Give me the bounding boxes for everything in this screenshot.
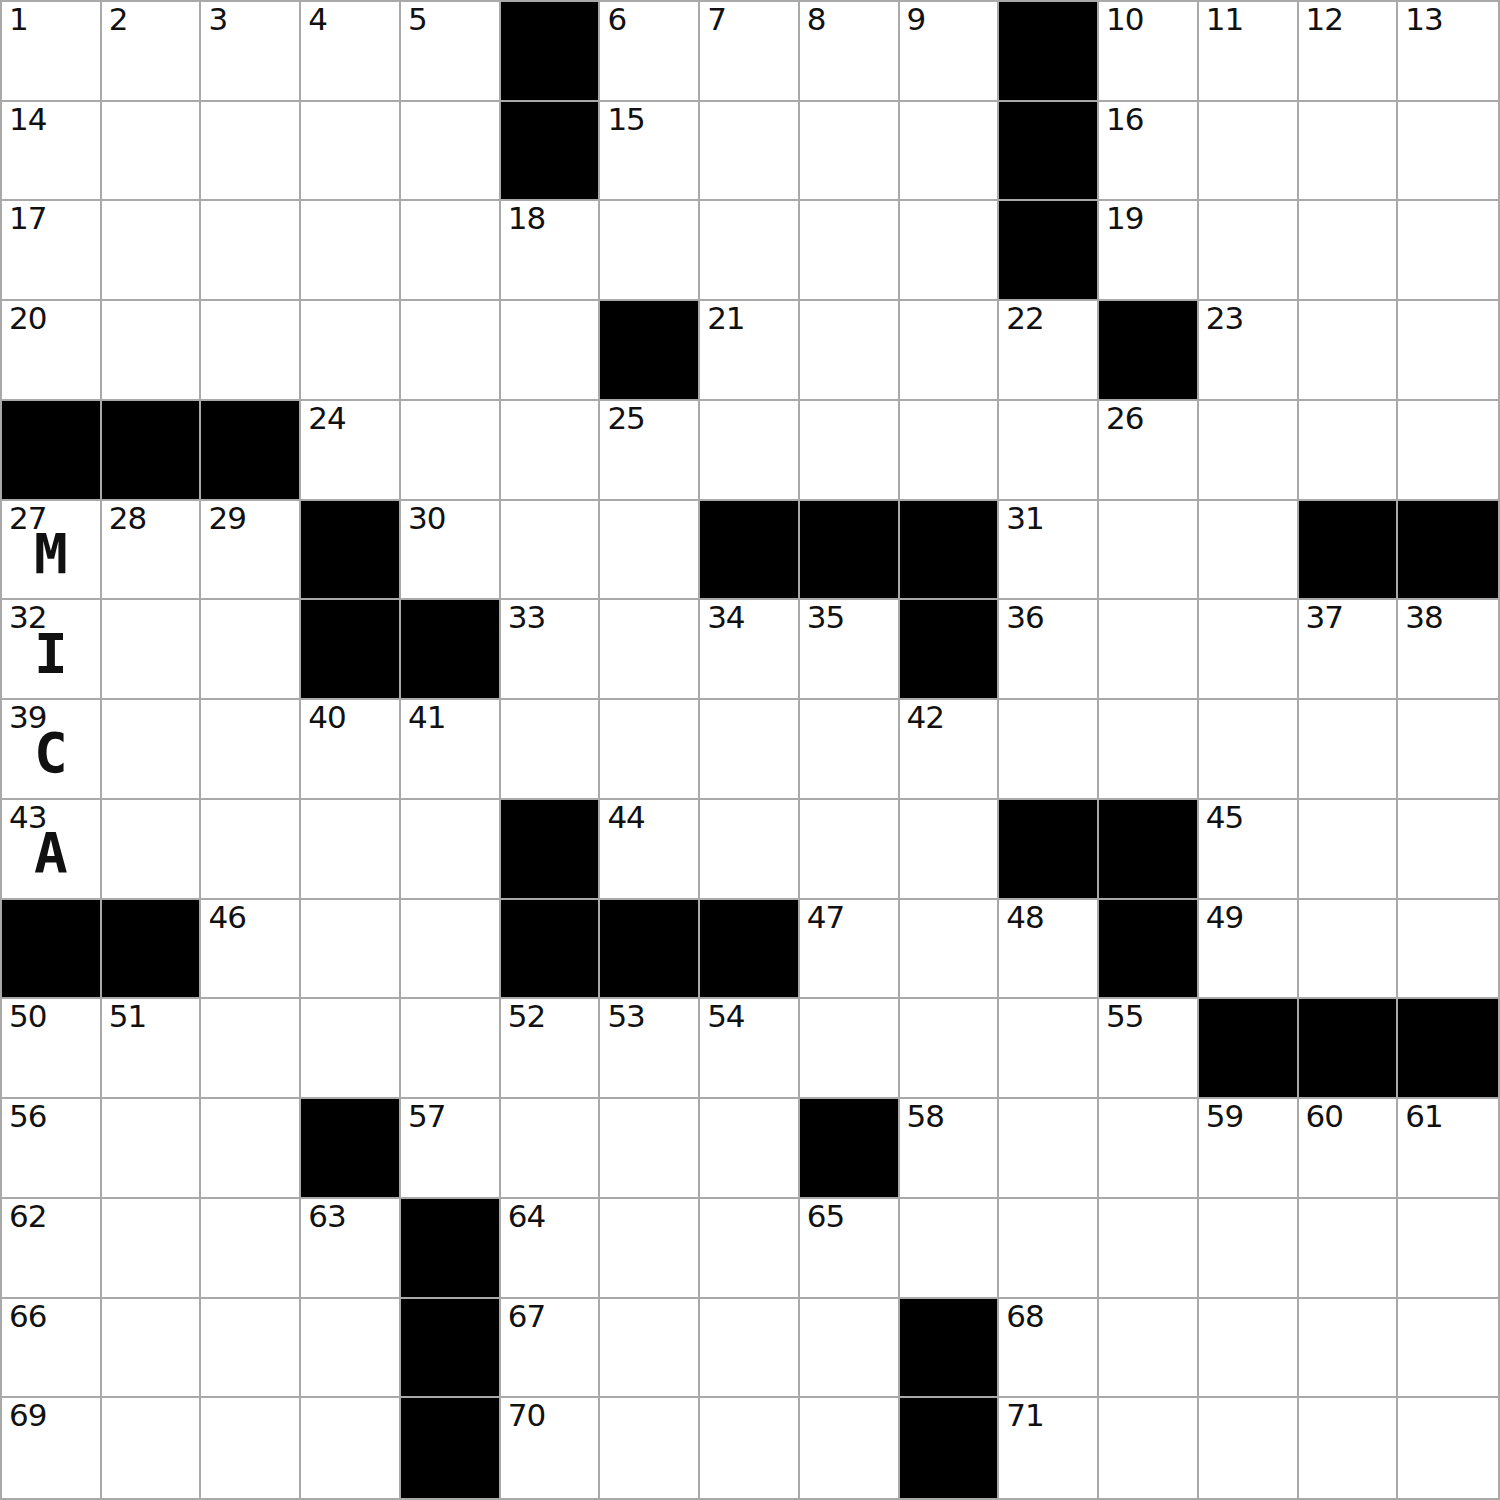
block-cell-r6c14 bbox=[1299, 501, 1399, 601]
cell-r6c2[interactable]: 28 bbox=[102, 501, 202, 601]
clue-number-22: 22 bbox=[1006, 302, 1043, 335]
cell-r8c15[interactable] bbox=[1398, 700, 1498, 800]
cell-r1c10[interactable]: 9 bbox=[900, 2, 1000, 102]
cell-r7c13[interactable] bbox=[1199, 600, 1299, 700]
cell-r3c10[interactable] bbox=[900, 201, 1000, 301]
cell-r4c15[interactable] bbox=[1398, 301, 1498, 401]
cell-r9c15[interactable] bbox=[1398, 800, 1498, 900]
cell-r14c13[interactable] bbox=[1199, 1299, 1299, 1399]
crossword-board: 1234567891011121314151617181920212223242… bbox=[0, 0, 1500, 1500]
cell-r1c15[interactable]: 13 bbox=[1398, 2, 1498, 102]
clue-number-63: 63 bbox=[308, 1200, 345, 1233]
cell-r11c10[interactable] bbox=[900, 999, 1000, 1099]
clue-number-4: 4 bbox=[308, 3, 327, 36]
cell-r11c5[interactable] bbox=[401, 999, 501, 1099]
cell-r15c7[interactable] bbox=[600, 1398, 700, 1498]
cell-r14c6[interactable]: 67 bbox=[501, 1299, 601, 1399]
cell-r14c4[interactable] bbox=[301, 1299, 401, 1399]
cell-r9c13[interactable]: 45 bbox=[1199, 800, 1299, 900]
cell-r4c10[interactable] bbox=[900, 301, 1000, 401]
block-cell-r15c5 bbox=[401, 1398, 501, 1498]
cell-r14c15[interactable] bbox=[1398, 1299, 1498, 1399]
block-cell-r5c3 bbox=[201, 401, 301, 501]
cell-r11c3[interactable] bbox=[201, 999, 301, 1099]
cell-r12c11[interactable] bbox=[999, 1099, 1099, 1199]
cell-r5c7[interactable]: 25 bbox=[600, 401, 700, 501]
clue-number-61: 61 bbox=[1405, 1100, 1442, 1133]
block-cell-r6c4 bbox=[301, 501, 401, 601]
cell-r14c11[interactable]: 68 bbox=[999, 1299, 1099, 1399]
cell-r11c12[interactable]: 55 bbox=[1099, 999, 1199, 1099]
cell-r8c1[interactable]: 39C bbox=[2, 700, 102, 800]
cell-r12c13[interactable]: 59 bbox=[1199, 1099, 1299, 1199]
cell-r3c8[interactable] bbox=[700, 201, 800, 301]
cell-r6c12[interactable] bbox=[1099, 501, 1199, 601]
clue-number-29: 29 bbox=[208, 502, 245, 535]
block-cell-r10c6 bbox=[501, 900, 601, 1000]
cell-r3c5[interactable] bbox=[401, 201, 501, 301]
cell-r1c8[interactable]: 7 bbox=[700, 2, 800, 102]
cell-r11c6[interactable]: 52 bbox=[501, 999, 601, 1099]
cell-r15c9[interactable] bbox=[800, 1398, 900, 1498]
cell-r2c2[interactable] bbox=[102, 102, 202, 202]
block-cell-r9c6 bbox=[501, 800, 601, 900]
cell-r11c8[interactable]: 54 bbox=[700, 999, 800, 1099]
cell-r8c2[interactable] bbox=[102, 700, 202, 800]
cell-r7c8[interactable]: 34 bbox=[700, 600, 800, 700]
cell-r11c9[interactable] bbox=[800, 999, 900, 1099]
cell-r1c9[interactable]: 8 bbox=[800, 2, 900, 102]
cell-r12c6[interactable] bbox=[501, 1099, 601, 1199]
clue-number-16: 16 bbox=[1106, 103, 1143, 136]
cell-r13c12[interactable] bbox=[1099, 1199, 1199, 1299]
cell-r5c10[interactable] bbox=[900, 401, 1000, 501]
clue-number-62: 62 bbox=[9, 1200, 46, 1233]
cell-r12c10[interactable]: 58 bbox=[900, 1099, 1000, 1199]
clue-number-38: 38 bbox=[1405, 601, 1442, 634]
block-cell-r15c10 bbox=[900, 1398, 1000, 1498]
cell-r13c14[interactable] bbox=[1299, 1199, 1399, 1299]
cell-r3c1[interactable]: 17 bbox=[2, 201, 102, 301]
block-cell-r9c11 bbox=[999, 800, 1099, 900]
cell-r5c9[interactable] bbox=[800, 401, 900, 501]
cell-r11c2[interactable]: 51 bbox=[102, 999, 202, 1099]
clue-number-13: 13 bbox=[1405, 3, 1442, 36]
block-cell-r13c5 bbox=[401, 1199, 501, 1299]
cell-r2c14[interactable] bbox=[1299, 102, 1399, 202]
cell-r13c9[interactable]: 65 bbox=[800, 1199, 900, 1299]
cell-r9c14[interactable] bbox=[1299, 800, 1399, 900]
cell-r15c6[interactable]: 70 bbox=[501, 1398, 601, 1498]
cell-r8c13[interactable] bbox=[1199, 700, 1299, 800]
cell-r11c7[interactable]: 53 bbox=[600, 999, 700, 1099]
cell-r7c12[interactable] bbox=[1099, 600, 1199, 700]
cell-r5c15[interactable] bbox=[1398, 401, 1498, 501]
clue-number-60: 60 bbox=[1306, 1100, 1343, 1133]
cell-r7c1[interactable]: 32I bbox=[2, 600, 102, 700]
clue-number-56: 56 bbox=[9, 1100, 46, 1133]
clue-number-1: 1 bbox=[9, 3, 28, 36]
cell-r4c11[interactable]: 22 bbox=[999, 301, 1099, 401]
cell-r9c1[interactable]: 43A bbox=[2, 800, 102, 900]
cell-r7c3[interactable] bbox=[201, 600, 301, 700]
cell-r3c14[interactable] bbox=[1299, 201, 1399, 301]
cell-r10c14[interactable] bbox=[1299, 900, 1399, 1000]
cell-r8c14[interactable] bbox=[1299, 700, 1399, 800]
clue-number-28: 28 bbox=[109, 502, 146, 535]
cell-r4c2[interactable] bbox=[102, 301, 202, 401]
cell-r14c8[interactable] bbox=[700, 1299, 800, 1399]
cell-r7c6[interactable]: 33 bbox=[501, 600, 601, 700]
cell-r6c11[interactable]: 31 bbox=[999, 501, 1099, 601]
cell-r14c2[interactable] bbox=[102, 1299, 202, 1399]
clue-number-37: 37 bbox=[1306, 601, 1343, 634]
clue-number-40: 40 bbox=[308, 701, 345, 734]
clue-number-2: 2 bbox=[109, 3, 128, 36]
cell-r13c13[interactable] bbox=[1199, 1199, 1299, 1299]
block-cell-r11c14 bbox=[1299, 999, 1399, 1099]
cell-r8c3[interactable] bbox=[201, 700, 301, 800]
clue-number-58: 58 bbox=[907, 1100, 944, 1133]
block-cell-r2c6 bbox=[501, 102, 601, 202]
cell-r5c5[interactable] bbox=[401, 401, 501, 501]
cell-r3c4[interactable] bbox=[301, 201, 401, 301]
clue-number-47: 47 bbox=[807, 901, 844, 934]
cell-r9c7[interactable]: 44 bbox=[600, 800, 700, 900]
cell-r1c2[interactable]: 2 bbox=[102, 2, 202, 102]
cell-r14c9[interactable] bbox=[800, 1299, 900, 1399]
cell-r4c6[interactable] bbox=[501, 301, 601, 401]
cell-r12c2[interactable] bbox=[102, 1099, 202, 1199]
cell-r10c3[interactable]: 46 bbox=[201, 900, 301, 1000]
cell-r15c12[interactable] bbox=[1099, 1398, 1199, 1498]
cell-r15c11[interactable]: 71 bbox=[999, 1398, 1099, 1498]
cell-r14c7[interactable] bbox=[600, 1299, 700, 1399]
clue-number-8: 8 bbox=[807, 3, 826, 36]
cell-r2c8[interactable] bbox=[700, 102, 800, 202]
cell-r2c12[interactable]: 16 bbox=[1099, 102, 1199, 202]
clue-number-34: 34 bbox=[707, 601, 744, 634]
cell-r3c15[interactable] bbox=[1398, 201, 1498, 301]
cell-r5c8[interactable] bbox=[700, 401, 800, 501]
clue-number-30: 30 bbox=[408, 502, 445, 535]
cell-r3c9[interactable] bbox=[800, 201, 900, 301]
cell-r15c8[interactable] bbox=[700, 1398, 800, 1498]
cell-r12c1[interactable]: 56 bbox=[2, 1099, 102, 1199]
cell-r5c11[interactable] bbox=[999, 401, 1099, 501]
cell-r1c7[interactable]: 6 bbox=[600, 2, 700, 102]
cell-r8c12[interactable] bbox=[1099, 700, 1199, 800]
cell-r2c4[interactable] bbox=[301, 102, 401, 202]
block-cell-r5c2 bbox=[102, 401, 202, 501]
cell-r8c5[interactable]: 41 bbox=[401, 700, 501, 800]
clue-number-69: 69 bbox=[9, 1399, 46, 1432]
cell-r1c4[interactable]: 4 bbox=[301, 2, 401, 102]
cell-r4c13[interactable]: 23 bbox=[1199, 301, 1299, 401]
clue-number-54: 54 bbox=[707, 1000, 744, 1033]
cell-r12c14[interactable]: 60 bbox=[1299, 1099, 1399, 1199]
cell-r12c8[interactable] bbox=[700, 1099, 800, 1199]
block-cell-r6c9 bbox=[800, 501, 900, 601]
clue-number-6: 6 bbox=[607, 3, 626, 36]
cell-r2c7[interactable]: 15 bbox=[600, 102, 700, 202]
cell-r7c9[interactable]: 35 bbox=[800, 600, 900, 700]
clue-number-51: 51 bbox=[109, 1000, 146, 1033]
clue-number-9: 9 bbox=[907, 3, 926, 36]
clue-number-46: 46 bbox=[208, 901, 245, 934]
block-cell-r11c15 bbox=[1398, 999, 1498, 1099]
block-cell-r14c10 bbox=[900, 1299, 1000, 1399]
cell-r15c1[interactable]: 69 bbox=[2, 1398, 102, 1498]
block-cell-r12c4 bbox=[301, 1099, 401, 1199]
cell-r9c10[interactable] bbox=[900, 800, 1000, 900]
cell-r12c5[interactable]: 57 bbox=[401, 1099, 501, 1199]
clue-number-67: 67 bbox=[508, 1300, 545, 1333]
clue-number-23: 23 bbox=[1206, 302, 1243, 335]
cell-r4c1[interactable]: 20 bbox=[2, 301, 102, 401]
cell-r4c5[interactable] bbox=[401, 301, 501, 401]
block-cell-r10c2 bbox=[102, 900, 202, 1000]
cell-r15c15[interactable] bbox=[1398, 1398, 1498, 1498]
block-cell-r6c8 bbox=[700, 501, 800, 601]
cell-r13c15[interactable] bbox=[1398, 1199, 1498, 1299]
cell-r8c10[interactable]: 42 bbox=[900, 700, 1000, 800]
cell-r13c8[interactable] bbox=[700, 1199, 800, 1299]
cell-r7c2[interactable] bbox=[102, 600, 202, 700]
block-cell-r5c1 bbox=[2, 401, 102, 501]
cell-r12c3[interactable] bbox=[201, 1099, 301, 1199]
block-cell-r1c6 bbox=[501, 2, 601, 102]
clue-number-17: 17 bbox=[9, 202, 46, 235]
clue-number-44: 44 bbox=[607, 801, 644, 834]
cell-r1c14[interactable]: 12 bbox=[1299, 2, 1399, 102]
clue-number-55: 55 bbox=[1106, 1000, 1143, 1033]
cell-r1c5[interactable]: 5 bbox=[401, 2, 501, 102]
cell-r3c3[interactable] bbox=[201, 201, 301, 301]
clue-number-36: 36 bbox=[1006, 601, 1043, 634]
cell-r2c10[interactable] bbox=[900, 102, 1000, 202]
cell-r4c9[interactable] bbox=[800, 301, 900, 401]
clue-number-57: 57 bbox=[408, 1100, 445, 1133]
clue-number-45: 45 bbox=[1206, 801, 1243, 834]
block-cell-r12c9 bbox=[800, 1099, 900, 1199]
cell-r7c14[interactable]: 37 bbox=[1299, 600, 1399, 700]
cell-r8c8[interactable] bbox=[700, 700, 800, 800]
cell-r2c3[interactable] bbox=[201, 102, 301, 202]
cell-r10c13[interactable]: 49 bbox=[1199, 900, 1299, 1000]
clue-number-41: 41 bbox=[408, 701, 445, 734]
cell-r2c13[interactable] bbox=[1199, 102, 1299, 202]
cell-r1c3[interactable]: 3 bbox=[201, 2, 301, 102]
cell-r2c9[interactable] bbox=[800, 102, 900, 202]
cell-r15c14[interactable] bbox=[1299, 1398, 1399, 1498]
clue-number-12: 12 bbox=[1306, 3, 1343, 36]
cell-r3c2[interactable] bbox=[102, 201, 202, 301]
clue-number-52: 52 bbox=[508, 1000, 545, 1033]
clue-number-26: 26 bbox=[1106, 402, 1143, 435]
block-cell-r7c5 bbox=[401, 600, 501, 700]
clue-number-24: 24 bbox=[308, 402, 345, 435]
block-cell-r9c12 bbox=[1099, 800, 1199, 900]
cell-r8c9[interactable] bbox=[800, 700, 900, 800]
cell-r7c11[interactable]: 36 bbox=[999, 600, 1099, 700]
clue-number-10: 10 bbox=[1106, 3, 1143, 36]
cell-r9c8[interactable] bbox=[700, 800, 800, 900]
cell-r8c6[interactable] bbox=[501, 700, 601, 800]
clue-number-49: 49 bbox=[1206, 901, 1243, 934]
clue-number-7: 7 bbox=[707, 3, 726, 36]
cell-r9c4[interactable] bbox=[301, 800, 401, 900]
block-cell-r1c11 bbox=[999, 2, 1099, 102]
cell-r3c7[interactable] bbox=[600, 201, 700, 301]
cell-r6c6[interactable] bbox=[501, 501, 601, 601]
filled-letter-A: A bbox=[2, 800, 100, 898]
cell-r13c2[interactable] bbox=[102, 1199, 202, 1299]
clue-number-25: 25 bbox=[607, 402, 644, 435]
clue-number-19: 19 bbox=[1106, 202, 1143, 235]
cell-r15c13[interactable] bbox=[1199, 1398, 1299, 1498]
cell-r13c6[interactable]: 64 bbox=[501, 1199, 601, 1299]
cell-r2c15[interactable] bbox=[1398, 102, 1498, 202]
cell-r13c7[interactable] bbox=[600, 1199, 700, 1299]
cell-r8c11[interactable] bbox=[999, 700, 1099, 800]
cell-r13c4[interactable]: 63 bbox=[301, 1199, 401, 1299]
cell-r7c7[interactable] bbox=[600, 600, 700, 700]
cell-r6c13[interactable] bbox=[1199, 501, 1299, 601]
cell-r6c7[interactable] bbox=[600, 501, 700, 601]
clue-number-20: 20 bbox=[9, 302, 46, 335]
filled-letter-M: M bbox=[2, 501, 100, 599]
block-cell-r10c8 bbox=[700, 900, 800, 1000]
block-cell-r7c4 bbox=[301, 600, 401, 700]
clue-number-48: 48 bbox=[1006, 901, 1043, 934]
cell-r1c1[interactable]: 1 bbox=[2, 2, 102, 102]
block-cell-r10c12 bbox=[1099, 900, 1199, 1000]
cell-r14c3[interactable] bbox=[201, 1299, 301, 1399]
cell-r3c12[interactable]: 19 bbox=[1099, 201, 1199, 301]
cell-r13c3[interactable] bbox=[201, 1199, 301, 1299]
cell-r2c5[interactable] bbox=[401, 102, 501, 202]
cell-r10c10[interactable] bbox=[900, 900, 1000, 1000]
cell-r10c4[interactable] bbox=[301, 900, 401, 1000]
clue-number-11: 11 bbox=[1206, 3, 1243, 36]
cell-r6c5[interactable]: 30 bbox=[401, 501, 501, 601]
cell-r12c15[interactable]: 61 bbox=[1398, 1099, 1498, 1199]
clue-number-65: 65 bbox=[807, 1200, 844, 1233]
cell-r4c8[interactable]: 21 bbox=[700, 301, 800, 401]
cell-r10c5[interactable] bbox=[401, 900, 501, 1000]
cell-r11c4[interactable] bbox=[301, 999, 401, 1099]
block-cell-r6c10 bbox=[900, 501, 1000, 601]
cell-r5c14[interactable] bbox=[1299, 401, 1399, 501]
cell-r11c11[interactable] bbox=[999, 999, 1099, 1099]
clue-number-31: 31 bbox=[1006, 502, 1043, 535]
cell-r15c2[interactable] bbox=[102, 1398, 202, 1498]
clue-number-3: 3 bbox=[208, 3, 227, 36]
clue-number-15: 15 bbox=[607, 103, 644, 136]
cell-r1c12[interactable]: 10 bbox=[1099, 2, 1199, 102]
cell-r14c12[interactable] bbox=[1099, 1299, 1199, 1399]
clue-number-42: 42 bbox=[907, 701, 944, 734]
cell-r7c15[interactable]: 38 bbox=[1398, 600, 1498, 700]
block-cell-r6c15 bbox=[1398, 501, 1498, 601]
cell-r2c1[interactable]: 14 bbox=[2, 102, 102, 202]
block-cell-r14c5 bbox=[401, 1299, 501, 1399]
clue-number-21: 21 bbox=[707, 302, 744, 335]
cell-r15c3[interactable] bbox=[201, 1398, 301, 1498]
cell-r12c12[interactable] bbox=[1099, 1099, 1199, 1199]
cell-r5c12[interactable]: 26 bbox=[1099, 401, 1199, 501]
block-cell-r10c7 bbox=[600, 900, 700, 1000]
cell-r3c6[interactable]: 18 bbox=[501, 201, 601, 301]
clue-number-35: 35 bbox=[807, 601, 844, 634]
cell-r5c6[interactable] bbox=[501, 401, 601, 501]
cell-r5c4[interactable]: 24 bbox=[301, 401, 401, 501]
cell-r10c9[interactable]: 47 bbox=[800, 900, 900, 1000]
filled-letter-I: I bbox=[2, 600, 100, 698]
cell-r10c15[interactable] bbox=[1398, 900, 1498, 1000]
clue-number-64: 64 bbox=[508, 1200, 545, 1233]
cell-r4c14[interactable] bbox=[1299, 301, 1399, 401]
filled-letter-C: C bbox=[2, 700, 100, 798]
cell-r5c13[interactable] bbox=[1199, 401, 1299, 501]
block-cell-r10c1 bbox=[2, 900, 102, 1000]
cell-r13c10[interactable] bbox=[900, 1199, 1000, 1299]
clue-number-71: 71 bbox=[1006, 1399, 1043, 1432]
block-cell-r4c7 bbox=[600, 301, 700, 401]
cell-r8c7[interactable] bbox=[600, 700, 700, 800]
cell-r4c4[interactable] bbox=[301, 301, 401, 401]
block-cell-r3c11 bbox=[999, 201, 1099, 301]
block-cell-r2c11 bbox=[999, 102, 1099, 202]
clue-number-18: 18 bbox=[508, 202, 545, 235]
block-cell-r7c10 bbox=[900, 600, 1000, 700]
clue-number-50: 50 bbox=[9, 1000, 46, 1033]
cell-r14c14[interactable] bbox=[1299, 1299, 1399, 1399]
clue-number-14: 14 bbox=[9, 103, 46, 136]
clue-number-53: 53 bbox=[607, 1000, 644, 1033]
block-cell-r4c12 bbox=[1099, 301, 1199, 401]
cell-r15c4[interactable] bbox=[301, 1398, 401, 1498]
cell-r13c1[interactable]: 62 bbox=[2, 1199, 102, 1299]
clue-number-70: 70 bbox=[508, 1399, 545, 1432]
clue-number-5: 5 bbox=[408, 3, 427, 36]
cell-r9c2[interactable] bbox=[102, 800, 202, 900]
clue-number-66: 66 bbox=[9, 1300, 46, 1333]
cell-r4c3[interactable] bbox=[201, 301, 301, 401]
cell-r11c1[interactable]: 50 bbox=[2, 999, 102, 1099]
cell-r9c5[interactable] bbox=[401, 800, 501, 900]
block-cell-r11c13 bbox=[1199, 999, 1299, 1099]
cell-r9c3[interactable] bbox=[201, 800, 301, 900]
clue-number-68: 68 bbox=[1006, 1300, 1043, 1333]
cell-r3c13[interactable] bbox=[1199, 201, 1299, 301]
cell-r14c1[interactable]: 66 bbox=[2, 1299, 102, 1399]
cell-r1c13[interactable]: 11 bbox=[1199, 2, 1299, 102]
cell-r13c11[interactable] bbox=[999, 1199, 1099, 1299]
cell-r6c1[interactable]: 27M bbox=[2, 501, 102, 601]
clue-number-59: 59 bbox=[1206, 1100, 1243, 1133]
cell-r9c9[interactable] bbox=[800, 800, 900, 900]
cell-r8c4[interactable]: 40 bbox=[301, 700, 401, 800]
cell-r12c7[interactable] bbox=[600, 1099, 700, 1199]
clue-number-33: 33 bbox=[508, 601, 545, 634]
cell-r6c3[interactable]: 29 bbox=[201, 501, 301, 601]
cell-r10c11[interactable]: 48 bbox=[999, 900, 1099, 1000]
